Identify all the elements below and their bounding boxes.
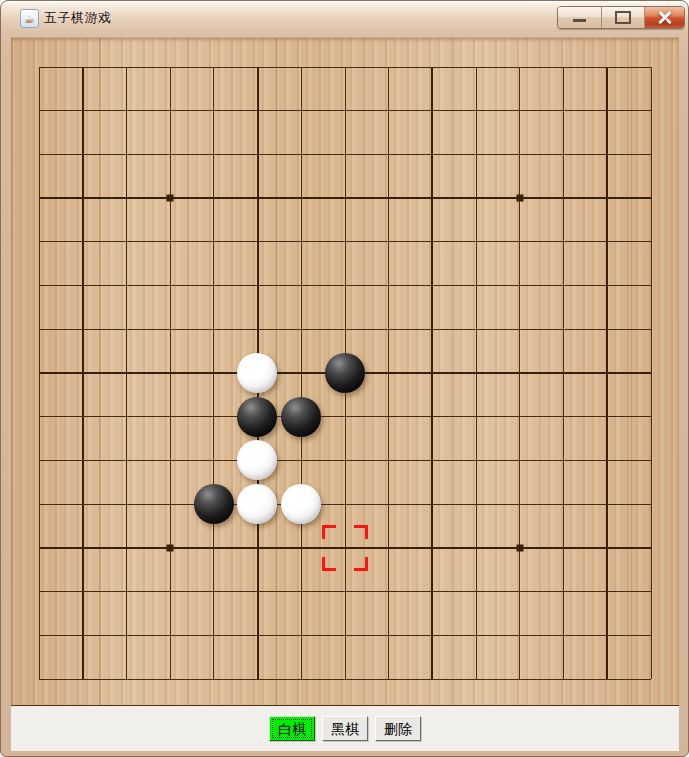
board-cell[interactable] [236, 351, 280, 395]
java-coffee-cup-icon[interactable] [20, 9, 39, 28]
board-cell[interactable] [323, 438, 367, 482]
board-cell[interactable] [61, 45, 105, 89]
board-cell[interactable] [105, 220, 149, 264]
board-cell[interactable] [192, 351, 236, 395]
board-cell[interactable] [61, 613, 105, 657]
board-cell[interactable] [192, 526, 236, 570]
board-cell[interactable] [454, 89, 498, 133]
board-cell[interactable] [629, 438, 673, 482]
board-cell[interactable] [105, 570, 149, 614]
board-cell[interactable] [323, 570, 367, 614]
board-cell[interactable] [367, 438, 411, 482]
board-cell[interactable] [498, 307, 542, 351]
board-cell[interactable] [367, 395, 411, 439]
board-cell[interactable] [105, 526, 149, 570]
board-cell[interactable] [629, 307, 673, 351]
board-cell[interactable] [236, 220, 280, 264]
minimize-button[interactable] [558, 7, 601, 28]
board-cell[interactable] [585, 613, 629, 657]
board-cell[interactable] [236, 613, 280, 657]
board-cell[interactable] [542, 176, 586, 220]
cursor-marker [322, 525, 368, 571]
board-cell[interactable] [410, 438, 454, 482]
board-cell[interactable] [17, 613, 61, 657]
board-cell[interactable] [279, 264, 323, 308]
board-cell[interactable] [61, 482, 105, 526]
board-cell[interactable] [236, 526, 280, 570]
board-cell[interactable] [17, 176, 61, 220]
board-cell[interactable] [585, 45, 629, 89]
board-cell[interactable] [367, 307, 411, 351]
board-cell[interactable] [454, 613, 498, 657]
board-cell[interactable] [148, 45, 192, 89]
maximize-icon [615, 11, 631, 24]
board-cell[interactable] [192, 613, 236, 657]
board-cell[interactable] [17, 220, 61, 264]
board-cell[interactable] [367, 657, 411, 701]
board-cell[interactable] [585, 264, 629, 308]
board-cell[interactable] [498, 395, 542, 439]
board-cell[interactable] [498, 264, 542, 308]
board-cell[interactable] [17, 570, 61, 614]
board-cell[interactable] [192, 133, 236, 177]
board-cell[interactable] [454, 220, 498, 264]
board-cell[interactable] [236, 176, 280, 220]
board-cell[interactable] [105, 176, 149, 220]
board-cell[interactable] [17, 657, 61, 701]
board-cell[interactable] [105, 307, 149, 351]
board-cell[interactable] [498, 526, 542, 570]
white-stone[interactable] [237, 484, 277, 524]
board-cell[interactable] [279, 133, 323, 177]
board-cell[interactable] [236, 133, 280, 177]
board-cell[interactable] [454, 45, 498, 89]
board-cell[interactable] [323, 220, 367, 264]
board-cell[interactable] [410, 657, 454, 701]
board-cell[interactable] [236, 438, 280, 482]
white-piece-button[interactable]: 白棋 [269, 716, 315, 741]
board-cell[interactable] [542, 133, 586, 177]
board-cell[interactable] [279, 176, 323, 220]
board-cell[interactable] [585, 482, 629, 526]
board-cell[interactable] [323, 264, 367, 308]
board-cell[interactable] [542, 45, 586, 89]
board-cell[interactable] [148, 264, 192, 308]
white-stone[interactable] [237, 440, 277, 480]
board-cell[interactable] [498, 220, 542, 264]
board-cell[interactable] [542, 570, 586, 614]
board-cell[interactable] [236, 307, 280, 351]
board-cell[interactable] [367, 133, 411, 177]
board-cell[interactable] [148, 482, 192, 526]
board-cell[interactable] [148, 657, 192, 701]
board-cell[interactable] [585, 657, 629, 701]
white-stone[interactable] [237, 353, 277, 393]
board-cell[interactable] [629, 395, 673, 439]
board-cell[interactable] [585, 307, 629, 351]
board-cell[interactable] [17, 264, 61, 308]
board-cell[interactable] [279, 351, 323, 395]
board-cell[interactable] [323, 176, 367, 220]
star-point [516, 544, 523, 551]
board-cell[interactable] [410, 307, 454, 351]
board-cell[interactable] [585, 395, 629, 439]
board-cell[interactable] [192, 657, 236, 701]
board-cell[interactable] [498, 613, 542, 657]
board-cell[interactable] [498, 133, 542, 177]
board-cell[interactable] [105, 133, 149, 177]
board-cell[interactable] [17, 133, 61, 177]
white-stone[interactable] [281, 484, 321, 524]
board-cell[interactable] [498, 351, 542, 395]
black-stone[interactable] [194, 484, 234, 524]
board-cell[interactable] [498, 438, 542, 482]
board-cell[interactable] [410, 351, 454, 395]
board-cell[interactable] [61, 264, 105, 308]
board-cell[interactable] [585, 351, 629, 395]
board-cell[interactable] [61, 438, 105, 482]
board-cell[interactable] [410, 176, 454, 220]
board-cell[interactable] [61, 176, 105, 220]
board-cell[interactable] [61, 89, 105, 133]
board-cell[interactable] [629, 657, 673, 701]
board-cell[interactable] [585, 526, 629, 570]
board-cell[interactable] [17, 45, 61, 89]
board-cell[interactable] [410, 570, 454, 614]
board-cell[interactable] [367, 526, 411, 570]
board-cell[interactable] [629, 176, 673, 220]
board-cell[interactable] [498, 45, 542, 89]
board-cell[interactable] [17, 395, 61, 439]
board-cell[interactable] [279, 89, 323, 133]
board-cell[interactable] [279, 613, 323, 657]
board-cell[interactable] [236, 482, 280, 526]
board-cell[interactable] [192, 89, 236, 133]
toolbar: 白棋 黑棋 删除 [11, 706, 679, 751]
board-cell[interactable] [367, 613, 411, 657]
board-cell[interactable] [323, 482, 367, 526]
board-cell[interactable] [17, 89, 61, 133]
app-window: 五子棋游戏 白棋 黑棋 删除 [0, 0, 689, 757]
board-cell[interactable] [17, 351, 61, 395]
board-cell[interactable] [61, 526, 105, 570]
board-cell[interactable] [629, 570, 673, 614]
board-cell[interactable] [585, 89, 629, 133]
board-cell[interactable] [105, 351, 149, 395]
titlebar[interactable]: 五子棋游戏 [1, 1, 688, 34]
board-cell[interactable] [148, 176, 192, 220]
close-button[interactable] [644, 7, 684, 28]
board-cell[interactable] [61, 395, 105, 439]
board-cell[interactable] [629, 45, 673, 89]
board-cell[interactable] [629, 482, 673, 526]
black-stone[interactable] [237, 397, 277, 437]
board-cell[interactable] [192, 570, 236, 614]
board-cell[interactable] [61, 351, 105, 395]
board-cell[interactable] [629, 351, 673, 395]
star-point [516, 195, 523, 202]
board-cell[interactable] [629, 613, 673, 657]
board-cell[interactable] [542, 307, 586, 351]
board-cell[interactable] [454, 395, 498, 439]
board-cell[interactable] [454, 526, 498, 570]
board-cell[interactable] [410, 45, 454, 89]
board-cell[interactable] [542, 395, 586, 439]
delete-button[interactable]: 删除 [375, 716, 421, 741]
star-point [167, 195, 174, 202]
board-panel[interactable] [11, 37, 679, 707]
board-cell[interactable] [105, 89, 149, 133]
board-cell[interactable] [192, 395, 236, 439]
board-cell[interactable] [105, 482, 149, 526]
board-cell[interactable] [629, 264, 673, 308]
board-cell[interactable] [17, 482, 61, 526]
board-cell[interactable] [585, 438, 629, 482]
board-cell[interactable] [585, 176, 629, 220]
board-cell[interactable] [17, 526, 61, 570]
board-cell[interactable] [410, 89, 454, 133]
board-cell[interactable] [454, 482, 498, 526]
board-cell[interactable] [498, 657, 542, 701]
board-cell[interactable] [410, 220, 454, 264]
board-cell[interactable] [192, 307, 236, 351]
board-cell[interactable] [498, 89, 542, 133]
board-cell[interactable] [367, 482, 411, 526]
board-cell[interactable] [323, 307, 367, 351]
board-cell[interactable] [105, 613, 149, 657]
board-cell[interactable] [585, 570, 629, 614]
board-cell[interactable] [410, 264, 454, 308]
board-cell[interactable] [629, 220, 673, 264]
board-cell[interactable] [148, 395, 192, 439]
window-title: 五子棋游戏 [44, 1, 112, 34]
board-cell[interactable] [367, 351, 411, 395]
minimize-icon [573, 19, 586, 22]
board-cell[interactable] [585, 220, 629, 264]
black-stone[interactable] [281, 397, 321, 437]
board-cell[interactable] [279, 438, 323, 482]
board-cell[interactable] [410, 482, 454, 526]
board-cell[interactable] [323, 526, 367, 570]
board-cell[interactable] [148, 307, 192, 351]
board-cell[interactable] [542, 526, 586, 570]
board-cell[interactable] [236, 45, 280, 89]
board-cell[interactable] [498, 570, 542, 614]
board-cell[interactable] [105, 395, 149, 439]
board-cell[interactable] [367, 570, 411, 614]
board-cell[interactable] [454, 351, 498, 395]
board-cell[interactable] [17, 307, 61, 351]
black-piece-button[interactable]: 黑棋 [322, 716, 368, 741]
black-stone[interactable] [325, 353, 365, 393]
board-cell[interactable] [585, 133, 629, 177]
board-cell[interactable] [236, 395, 280, 439]
board-cell[interactable] [454, 133, 498, 177]
board-cell[interactable] [279, 482, 323, 526]
board-cell[interactable] [542, 220, 586, 264]
board-cell[interactable] [542, 657, 586, 701]
board-cell[interactable] [61, 307, 105, 351]
board-cell[interactable] [236, 264, 280, 308]
board-cell[interactable] [148, 220, 192, 264]
board-cell[interactable] [192, 45, 236, 89]
board-cell[interactable] [279, 526, 323, 570]
board-cell[interactable] [148, 570, 192, 614]
board-cell[interactable] [498, 176, 542, 220]
board-cell[interactable] [454, 657, 498, 701]
board-cell[interactable] [279, 220, 323, 264]
board-cell[interactable] [192, 438, 236, 482]
board-cell[interactable] [192, 176, 236, 220]
board-cell[interactable] [279, 307, 323, 351]
board-cell[interactable] [323, 395, 367, 439]
board-cell[interactable] [542, 482, 586, 526]
window-controls [557, 6, 685, 29]
board-cell[interactable] [279, 395, 323, 439]
close-icon [656, 9, 674, 27]
board-cell[interactable] [323, 351, 367, 395]
board-cell[interactable] [367, 220, 411, 264]
board-cell[interactable] [236, 89, 280, 133]
board-cell[interactable] [105, 45, 149, 89]
board-cell[interactable] [279, 570, 323, 614]
board-cell[interactable] [454, 307, 498, 351]
board-cell[interactable] [148, 89, 192, 133]
board-cell[interactable] [323, 613, 367, 657]
board-cell[interactable] [542, 613, 586, 657]
board-cell[interactable] [236, 657, 280, 701]
board-cell[interactable] [148, 351, 192, 395]
board-cell[interactable] [542, 351, 586, 395]
board-cell[interactable] [192, 482, 236, 526]
board-cell[interactable] [498, 482, 542, 526]
board-cell[interactable] [542, 264, 586, 308]
board-cell[interactable] [454, 438, 498, 482]
board-cell[interactable] [367, 264, 411, 308]
board-cell[interactable] [542, 438, 586, 482]
board-cell[interactable] [629, 133, 673, 177]
board-cell[interactable] [279, 657, 323, 701]
board-cell[interactable] [542, 89, 586, 133]
board-cell[interactable] [17, 438, 61, 482]
board-cell[interactable] [61, 133, 105, 177]
board-cell[interactable] [279, 45, 323, 89]
board-cell[interactable] [105, 264, 149, 308]
board-cell[interactable] [192, 264, 236, 308]
board-cell[interactable] [410, 613, 454, 657]
board-cell[interactable] [192, 220, 236, 264]
board-cell[interactable] [410, 526, 454, 570]
board-cell[interactable] [323, 133, 367, 177]
board-cell[interactable] [454, 264, 498, 308]
board-cell[interactable] [629, 89, 673, 133]
board-cell[interactable] [61, 657, 105, 701]
board-grid [17, 45, 673, 701]
star-point [167, 544, 174, 551]
board-cell[interactable] [105, 657, 149, 701]
board-cell[interactable] [367, 89, 411, 133]
board-cell[interactable] [323, 657, 367, 701]
board-cell[interactable] [367, 45, 411, 89]
board-cell[interactable] [148, 526, 192, 570]
board-cell[interactable] [61, 220, 105, 264]
board-cell[interactable] [148, 613, 192, 657]
board-cell[interactable] [454, 570, 498, 614]
board-cell[interactable] [148, 133, 192, 177]
board-cell[interactable] [629, 526, 673, 570]
board-cell[interactable] [410, 395, 454, 439]
board-cell[interactable] [323, 89, 367, 133]
board-cell[interactable] [367, 176, 411, 220]
board-cell[interactable] [323, 45, 367, 89]
board-cell[interactable] [105, 438, 149, 482]
board-cell[interactable] [454, 176, 498, 220]
board-cell[interactable] [236, 570, 280, 614]
maximize-button[interactable] [601, 7, 644, 28]
board-cell[interactable] [61, 570, 105, 614]
board-cell[interactable] [148, 438, 192, 482]
board-cell[interactable] [410, 133, 454, 177]
